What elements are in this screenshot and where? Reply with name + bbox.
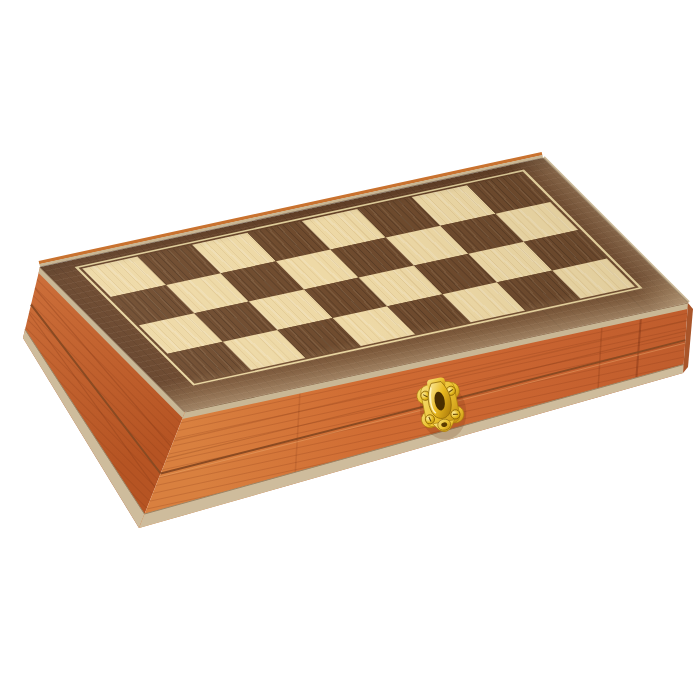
chess-box-photo: [0, 0, 700, 700]
